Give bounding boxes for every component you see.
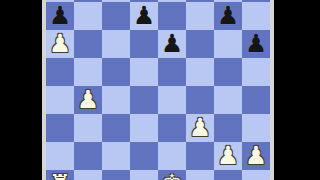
square-c5 xyxy=(102,58,130,86)
square-f1 xyxy=(186,170,214,180)
piece-black-pawn-e6: ♟ xyxy=(161,30,183,58)
square-f7 xyxy=(186,2,214,30)
square-d1 xyxy=(130,170,158,180)
square-g7: ♟ xyxy=(214,2,242,30)
square-b3 xyxy=(74,114,102,142)
square-c3 xyxy=(102,114,130,142)
board-border-right xyxy=(270,0,274,180)
square-g3 xyxy=(214,114,242,142)
piece-white-pawn-g2: ♟ xyxy=(217,142,239,170)
square-b6 xyxy=(74,30,102,58)
square-d4 xyxy=(130,86,158,114)
square-h5 xyxy=(242,58,270,86)
piece-black-pawn-h6: ♟ xyxy=(245,30,267,58)
square-f2 xyxy=(186,142,214,170)
square-a3 xyxy=(46,114,74,142)
square-c4 xyxy=(102,86,130,114)
square-h1 xyxy=(242,170,270,180)
square-a5 xyxy=(46,58,74,86)
piece-black-pawn-g7: ♟ xyxy=(217,2,239,30)
square-e2 xyxy=(158,142,186,170)
square-e3 xyxy=(158,114,186,142)
square-c1 xyxy=(102,170,130,180)
square-e5 xyxy=(158,58,186,86)
square-c2 xyxy=(102,142,130,170)
square-e7 xyxy=(158,2,186,30)
square-g5 xyxy=(214,58,242,86)
piece-white-pawn-a6: ♟ xyxy=(49,30,71,58)
square-d7: ♟ xyxy=(130,2,158,30)
square-g6 xyxy=(214,30,242,58)
square-b1 xyxy=(74,170,102,180)
piece-black-pawn-a7: ♟ xyxy=(49,2,71,30)
square-e4 xyxy=(158,86,186,114)
square-h6: ♟ xyxy=(242,30,270,58)
square-a4 xyxy=(46,86,74,114)
square-b4: ♟ xyxy=(74,86,102,114)
square-d3 xyxy=(130,114,158,142)
square-h2: ♟ xyxy=(242,142,270,170)
square-b2 xyxy=(74,142,102,170)
piece-white-pawn-b4: ♟ xyxy=(77,86,99,114)
video-frame: ♚♜♟♟♟♟♟♟♟♟♟♟♜♚ xyxy=(0,0,320,180)
square-h7 xyxy=(242,2,270,30)
square-b5 xyxy=(74,58,102,86)
piece-black-pawn-d7: ♟ xyxy=(133,2,155,30)
square-f5 xyxy=(186,58,214,86)
square-d6 xyxy=(130,30,158,58)
square-h3 xyxy=(242,114,270,142)
square-e1: ♚ xyxy=(158,170,186,180)
piece-white-pawn-f3: ♟ xyxy=(189,114,211,142)
square-c7 xyxy=(102,2,130,30)
square-g4 xyxy=(214,86,242,114)
square-a1: ♜ xyxy=(46,170,74,180)
square-d5 xyxy=(130,58,158,86)
square-a6: ♟ xyxy=(46,30,74,58)
square-a7: ♟ xyxy=(46,2,74,30)
piece-white-king-e1: ♚ xyxy=(161,170,183,180)
square-a2 xyxy=(46,142,74,170)
square-c6 xyxy=(102,30,130,58)
square-d2 xyxy=(130,142,158,170)
square-g2: ♟ xyxy=(214,142,242,170)
square-b7 xyxy=(74,2,102,30)
square-f6 xyxy=(186,30,214,58)
chess-board: ♚♜♟♟♟♟♟♟♟♟♟♟♜♚ xyxy=(46,0,270,180)
square-h4 xyxy=(242,86,270,114)
piece-white-pawn-h2: ♟ xyxy=(245,142,267,170)
piece-white-rook-a1: ♜ xyxy=(49,170,71,180)
square-f4 xyxy=(186,86,214,114)
square-e6: ♟ xyxy=(158,30,186,58)
square-g1 xyxy=(214,170,242,180)
square-f3: ♟ xyxy=(186,114,214,142)
